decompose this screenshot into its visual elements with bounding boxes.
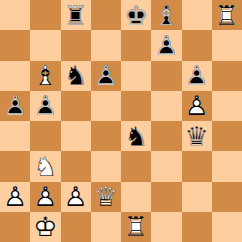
white-pawn-piece[interactable]: ♟♙ [182, 91, 212, 121]
black-pawn-outline-icon: ♙ [30, 91, 60, 121]
square-e4[interactable]: ♞♘ [121, 121, 151, 151]
square-d2[interactable]: ♛♕ [91, 182, 121, 212]
square-e8[interactable]: ♚♔ [121, 0, 151, 30]
square-b2[interactable]: ♟♙ [30, 182, 60, 212]
square-f2[interactable] [151, 182, 181, 212]
white-pawn-outline-icon: ♙ [30, 182, 60, 212]
square-c8[interactable]: ♜♖ [61, 0, 91, 30]
black-bishop-piece[interactable]: ♝♗ [151, 0, 181, 30]
square-c2[interactable]: ♟♙ [61, 182, 91, 212]
chess-board: ♜♖♚♔♝♗♜♖♟♙♝♗♞♘♟♙♟♙♟♙♟♙♟♙♞♘♛♕♞♘♟♙♟♙♟♙♛♕♚♔… [0, 0, 242, 242]
square-g2[interactable] [182, 182, 212, 212]
black-bishop-outline-icon: ♗ [151, 0, 181, 30]
white-queen-piece[interactable]: ♛♕ [91, 182, 121, 212]
square-d6[interactable]: ♟♙ [91, 61, 121, 91]
square-c3[interactable] [61, 151, 91, 181]
white-bishop-piece[interactable]: ♝♗ [30, 61, 60, 91]
square-c5[interactable] [61, 91, 91, 121]
square-c4[interactable] [61, 121, 91, 151]
black-pawn-outline-icon: ♙ [151, 30, 181, 60]
white-rook-piece[interactable]: ♜♖ [212, 0, 242, 30]
square-d1[interactable] [91, 212, 121, 242]
black-queen-piece[interactable]: ♛♕ [182, 121, 212, 151]
square-f5[interactable] [151, 91, 181, 121]
square-b4[interactable] [30, 121, 60, 151]
black-knight-outline-icon: ♘ [61, 61, 91, 91]
black-knight-outline-icon: ♘ [121, 121, 151, 151]
square-a2[interactable]: ♟♙ [0, 182, 30, 212]
black-queen-outline-icon: ♕ [182, 121, 212, 151]
black-pawn-outline-icon: ♙ [91, 61, 121, 91]
white-bishop-outline-icon: ♗ [30, 61, 60, 91]
square-a4[interactable] [0, 121, 30, 151]
square-b3[interactable]: ♞♘ [30, 151, 60, 181]
square-h1[interactable] [212, 212, 242, 242]
square-a8[interactable] [0, 0, 30, 30]
square-f6[interactable] [151, 61, 181, 91]
square-e1[interactable]: ♜♖ [121, 212, 151, 242]
square-a1[interactable] [0, 212, 30, 242]
black-knight-piece[interactable]: ♞♘ [121, 121, 151, 151]
black-king-outline-icon: ♔ [121, 0, 151, 30]
black-pawn-outline-icon: ♙ [0, 91, 30, 121]
white-knight-piece[interactable]: ♞♘ [30, 151, 60, 181]
white-pawn-piece[interactable]: ♟♙ [61, 182, 91, 212]
black-rook-outline-icon: ♖ [61, 0, 91, 30]
square-c1[interactable] [61, 212, 91, 242]
square-h2[interactable] [212, 182, 242, 212]
square-a7[interactable] [0, 30, 30, 60]
black-rook-piece[interactable]: ♜♖ [61, 0, 91, 30]
square-e2[interactable] [121, 182, 151, 212]
square-g7[interactable] [182, 30, 212, 60]
square-e6[interactable] [121, 61, 151, 91]
white-pawn-outline-icon: ♙ [182, 91, 212, 121]
white-king-piece[interactable]: ♚♔ [30, 212, 60, 242]
black-knight-piece[interactable]: ♞♘ [61, 61, 91, 91]
square-d8[interactable] [91, 0, 121, 30]
square-d4[interactable] [91, 121, 121, 151]
square-e5[interactable] [121, 91, 151, 121]
square-g6[interactable]: ♟♙ [182, 61, 212, 91]
black-pawn-piece[interactable]: ♟♙ [91, 61, 121, 91]
square-b8[interactable] [30, 0, 60, 30]
square-d7[interactable] [91, 30, 121, 60]
black-pawn-piece[interactable]: ♟♙ [0, 91, 30, 121]
square-f7[interactable]: ♟♙ [151, 30, 181, 60]
white-pawn-outline-icon: ♙ [0, 182, 30, 212]
white-knight-outline-icon: ♘ [30, 151, 60, 181]
square-h8[interactable]: ♜♖ [212, 0, 242, 30]
square-f1[interactable] [151, 212, 181, 242]
white-queen-outline-icon: ♕ [91, 182, 121, 212]
square-c6[interactable]: ♞♘ [61, 61, 91, 91]
square-h3[interactable] [212, 151, 242, 181]
square-a6[interactable] [0, 61, 30, 91]
square-c7[interactable] [61, 30, 91, 60]
white-pawn-piece[interactable]: ♟♙ [0, 182, 30, 212]
square-g3[interactable] [182, 151, 212, 181]
square-g5[interactable]: ♟♙ [182, 91, 212, 121]
white-rook-piece[interactable]: ♜♖ [121, 212, 151, 242]
square-e7[interactable] [121, 30, 151, 60]
square-d5[interactable] [91, 91, 121, 121]
white-rook-outline-icon: ♖ [121, 212, 151, 242]
square-f4[interactable] [151, 121, 181, 151]
white-pawn-piece[interactable]: ♟♙ [30, 182, 60, 212]
square-b7[interactable] [30, 30, 60, 60]
black-pawn-piece[interactable]: ♟♙ [182, 61, 212, 91]
square-b1[interactable]: ♚♔ [30, 212, 60, 242]
square-e3[interactable] [121, 151, 151, 181]
square-d3[interactable] [91, 151, 121, 181]
black-pawn-piece[interactable]: ♟♙ [30, 91, 60, 121]
square-g4[interactable]: ♛♕ [182, 121, 212, 151]
square-b5[interactable]: ♟♙ [30, 91, 60, 121]
white-pawn-outline-icon: ♙ [61, 182, 91, 212]
square-h6[interactable] [212, 61, 242, 91]
white-king-outline-icon: ♔ [30, 212, 60, 242]
white-rook-outline-icon: ♖ [212, 0, 242, 30]
square-f3[interactable] [151, 151, 181, 181]
black-pawn-piece[interactable]: ♟♙ [151, 30, 181, 60]
square-a5[interactable]: ♟♙ [0, 91, 30, 121]
square-f8[interactable]: ♝♗ [151, 0, 181, 30]
square-h7[interactable] [212, 30, 242, 60]
square-h4[interactable] [212, 121, 242, 151]
square-b6[interactable]: ♝♗ [30, 61, 60, 91]
black-pawn-outline-icon: ♙ [182, 61, 212, 91]
square-h5[interactable] [212, 91, 242, 121]
square-a3[interactable] [0, 151, 30, 181]
square-g1[interactable] [182, 212, 212, 242]
square-g8[interactable] [182, 0, 212, 30]
black-king-piece[interactable]: ♚♔ [121, 0, 151, 30]
